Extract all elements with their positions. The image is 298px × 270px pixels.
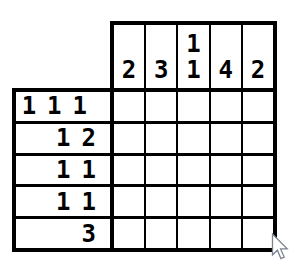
- column-clue-cell: 2: [114, 25, 144, 88]
- grid-cell[interactable]: [114, 124, 144, 153]
- column-clue-number: 1: [186, 57, 200, 83]
- row-clue-cell: 3: [16, 219, 110, 248]
- row-clue-number: 1: [73, 93, 87, 119]
- grid-cell[interactable]: [146, 92, 176, 121]
- grid-cell[interactable]: [243, 124, 273, 153]
- grid-cell[interactable]: [114, 156, 144, 185]
- grid-cell[interactable]: [178, 219, 208, 248]
- column-clue-number: 2: [251, 57, 265, 83]
- grid-cell[interactable]: [243, 219, 273, 248]
- grid-cell[interactable]: [211, 156, 241, 185]
- grid-cell[interactable]: [243, 187, 273, 216]
- grid-cell[interactable]: [146, 156, 176, 185]
- column-clue-number: 4: [218, 57, 232, 83]
- column-clue-cell: 11: [178, 25, 208, 88]
- row-clue-number: 3: [82, 221, 96, 247]
- column-clue-cell: 3: [146, 25, 176, 88]
- grid-cell[interactable]: [114, 219, 144, 248]
- grid-cell[interactable]: [211, 92, 241, 121]
- grid-cell[interactable]: [211, 219, 241, 248]
- grid-cell[interactable]: [146, 124, 176, 153]
- grid-cell[interactable]: [178, 124, 208, 153]
- nonogram-board: 231142 1111211113: [0, 0, 298, 270]
- grid-cell[interactable]: [146, 219, 176, 248]
- column-clue-number: 2: [122, 57, 136, 83]
- grid-cell[interactable]: [243, 92, 273, 121]
- grid-cell[interactable]: [211, 124, 241, 153]
- row-clue-number: 1: [22, 93, 36, 119]
- column-clue-number: 1: [186, 31, 200, 57]
- grid-cell[interactable]: [114, 187, 144, 216]
- row-clue-number: 1: [82, 189, 96, 215]
- row-clue-number: 1: [56, 125, 70, 151]
- grid-cell[interactable]: [178, 92, 208, 121]
- row-clue-number: 1: [56, 157, 70, 183]
- row-clue-cell: 11: [16, 156, 110, 185]
- grid-cell[interactable]: [211, 187, 241, 216]
- grid-cell[interactable]: [114, 92, 144, 121]
- column-clues: 231142: [110, 21, 277, 88]
- column-clue-number: 3: [154, 57, 168, 83]
- row-clues: 1111211113: [12, 88, 114, 252]
- grid-cell[interactable]: [146, 187, 176, 216]
- grid-cell[interactable]: [178, 156, 208, 185]
- grid-cell[interactable]: [243, 156, 273, 185]
- puzzle-grid: [110, 88, 277, 252]
- row-clue-number: 1: [56, 189, 70, 215]
- row-clue-number: 2: [82, 125, 96, 151]
- grid-cell[interactable]: [178, 187, 208, 216]
- row-clue-cell: 11: [16, 187, 110, 216]
- row-clue-cell: 12: [16, 124, 110, 153]
- column-clue-cell: 4: [211, 25, 241, 88]
- row-clue-number: 1: [82, 157, 96, 183]
- column-clue-cell: 2: [243, 25, 273, 88]
- row-clue-number: 1: [47, 93, 61, 119]
- row-clue-cell: 111: [16, 92, 110, 121]
